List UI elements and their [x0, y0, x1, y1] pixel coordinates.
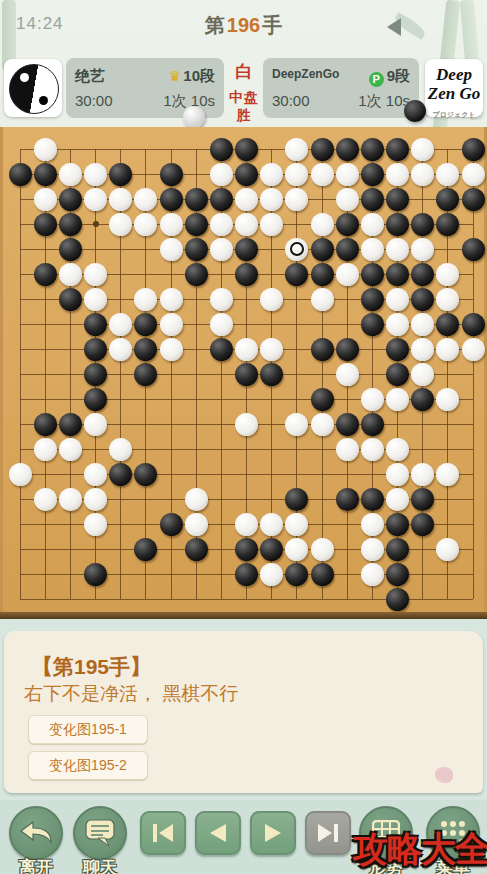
go-stone-black: [210, 188, 233, 211]
go-stone-white: [386, 288, 409, 311]
go-stone-black: [59, 413, 82, 436]
go-stone-black: [84, 363, 107, 386]
go-stone-white: [59, 438, 82, 461]
go-stone-black: [311, 563, 334, 586]
go-stone-black: [386, 563, 409, 586]
go-stone-black: [462, 138, 485, 161]
go-stone-black: [311, 338, 334, 361]
flower-decoration: [435, 767, 453, 783]
skip-start-icon: [151, 822, 175, 844]
go-stone-white: [436, 388, 459, 411]
go-stone-white: [386, 438, 409, 461]
go-stone-white: [9, 463, 32, 486]
go-stone-white: [311, 163, 334, 186]
go-stone-black: [84, 563, 107, 586]
go-stone-black: [285, 488, 308, 511]
go-stone-white: [235, 338, 258, 361]
go-stone-white: [411, 238, 434, 261]
go-stone-white: [361, 538, 384, 561]
go-stone-white: [260, 513, 283, 536]
white-stone-decoration: [183, 106, 205, 128]
go-stone-black: [361, 313, 384, 336]
go-stone-black: [260, 363, 283, 386]
go-stone-white: [210, 288, 233, 311]
go-stone-white: [134, 188, 157, 211]
go-stone-white: [84, 488, 107, 511]
go-stone-black: [411, 263, 434, 286]
skip-to-end-button[interactable]: [305, 811, 351, 855]
go-stone-white: [84, 463, 107, 486]
go-stone-black: [361, 413, 384, 436]
go-stone-black: [235, 538, 258, 561]
go-stone-black: [336, 138, 359, 161]
leave-button-label: 离开: [4, 856, 68, 874]
go-stone-black: [386, 263, 409, 286]
go-stone-white: [462, 163, 485, 186]
go-stone-white: [311, 288, 334, 311]
go-stone-black: [185, 238, 208, 261]
go-stone-white: [109, 188, 132, 211]
yinyang-icon: [9, 64, 59, 114]
go-stone-white: [109, 438, 132, 461]
go-stone-white: [361, 438, 384, 461]
go-stone-black: [185, 538, 208, 561]
go-stone-black: [34, 263, 57, 286]
chat-button[interactable]: [73, 806, 127, 860]
go-stone-white: [134, 213, 157, 236]
comment-paper-panel: 【第195手】 右下不是净活， 黑棋不行 变化图195-1 变化图195-2: [4, 631, 483, 793]
go-stone-black: [84, 313, 107, 336]
header: 14:24 第196手: [0, 0, 487, 52]
white-main-time: 30:00: [272, 92, 310, 111]
go-stone-black: [361, 163, 384, 186]
go-stone-black: [235, 563, 258, 586]
go-stone-white: [185, 513, 208, 536]
go-stone-black: [160, 163, 183, 186]
go-stone-black: [59, 188, 82, 211]
go-stone-black: [361, 488, 384, 511]
go-stone-white: [185, 488, 208, 511]
go-stone-black: [386, 588, 409, 611]
go-stone-white: [436, 288, 459, 311]
go-stone-black: [361, 138, 384, 161]
go-stone-black: [210, 138, 233, 161]
go-stone-white: [462, 338, 485, 361]
go-stone-black: [134, 363, 157, 386]
go-stone-white: [285, 238, 308, 261]
chat-button-label: 聊天: [68, 856, 132, 874]
go-stone-black: [134, 338, 157, 361]
move-counter: 第196手: [0, 12, 487, 39]
go-stone-black: [436, 313, 459, 336]
deepzengo-logo-subtext: プロジェクト: [425, 106, 483, 125]
go-stone-black: [386, 213, 409, 236]
skip-end-icon: [316, 822, 340, 844]
go-stone-black: [109, 463, 132, 486]
go-stone-black: [185, 188, 208, 211]
previous-icon: [208, 822, 228, 844]
go-stone-black: [386, 513, 409, 536]
go-stone-black: [462, 188, 485, 211]
go-stone-white: [285, 538, 308, 561]
go-stone-white: [336, 438, 359, 461]
go-stone-white: [34, 438, 57, 461]
go-stone-white: [210, 238, 233, 261]
go-stone-white: [285, 138, 308, 161]
go-stone-white: [260, 563, 283, 586]
go-stone-black: [160, 188, 183, 211]
go-stone-white: [361, 563, 384, 586]
go-stone-white: [59, 163, 82, 186]
go-stone-white: [160, 313, 183, 336]
go-stone-white: [84, 263, 107, 286]
go-stone-black: [336, 413, 359, 436]
go-stone-black: [336, 488, 359, 511]
go-stone-white: [336, 363, 359, 386]
game-result: 白 中盘胜: [224, 60, 264, 125]
go-stone-black: [411, 288, 434, 311]
go-stone-black: [386, 363, 409, 386]
go-stone-white: [210, 163, 233, 186]
go-stone-white: [411, 463, 434, 486]
go-stone-white: [134, 288, 157, 311]
go-stone-white: [59, 488, 82, 511]
go-stone-black: [411, 213, 434, 236]
result-text: 中盘胜: [224, 89, 264, 125]
go-stone-black: [411, 513, 434, 536]
variation-button-2[interactable]: 变化图195-2: [28, 751, 148, 780]
go-stone-white: [260, 338, 283, 361]
go-stone-white: [411, 163, 434, 186]
go-stone-black: [134, 463, 157, 486]
app-screen: 14:24 第196手 绝艺 ♛10段 30:00 1次 10s 白 中盘胜: [0, 0, 487, 874]
star-point: [93, 221, 99, 227]
go-stone-white: [260, 213, 283, 236]
go-stone-white: [235, 513, 258, 536]
go-stone-white: [436, 163, 459, 186]
go-stone-black: [361, 263, 384, 286]
go-stone-white: [336, 163, 359, 186]
go-stone-white: [84, 163, 107, 186]
player-strip: 绝艺 ♛10段 30:00 1次 10s 白 中盘胜 DeepZenGo P9段…: [0, 56, 487, 122]
go-stone-white: [361, 213, 384, 236]
go-stone-white: [361, 513, 384, 536]
go-stone-black: [436, 213, 459, 236]
go-stone-black: [311, 138, 334, 161]
grid-line-vertical: [473, 149, 474, 599]
go-stone-white: [285, 413, 308, 436]
go-stone-black: [235, 363, 258, 386]
go-stone-white: [109, 213, 132, 236]
go-stone-white: [311, 213, 334, 236]
go-stone-black: [210, 338, 233, 361]
go-stone-black: [411, 488, 434, 511]
yinyang-black-dot: [39, 96, 48, 105]
go-board[interactable]: [0, 127, 487, 612]
go-stone-black: [436, 188, 459, 211]
go-stone-white: [436, 463, 459, 486]
go-stone-white: [84, 513, 107, 536]
deepzengo-logo-text: Deep Zen Goプロジェクト: [425, 65, 483, 125]
go-stone-black: [336, 338, 359, 361]
go-stone-white: [210, 213, 233, 236]
comment-zone: 【第195手】 右下不是净活， 黑棋不行 变化图195-1 变化图195-2: [0, 619, 487, 800]
go-stone-black: [160, 513, 183, 536]
white-player-name: DeepZenGo: [272, 67, 339, 87]
black-stone-decoration: [404, 100, 426, 122]
go-stone-black: [109, 163, 132, 186]
go-stone-white: [361, 388, 384, 411]
go-stone-black: [235, 238, 258, 261]
skip-to-start-button[interactable]: [140, 811, 186, 855]
go-stone-black: [185, 263, 208, 286]
previous-move-button[interactable]: [195, 811, 241, 855]
comment-body: 右下不是净活， 黑棋不行: [24, 681, 238, 707]
go-stone-black: [336, 213, 359, 236]
go-stone-black: [235, 138, 258, 161]
back-arrow-icon: [19, 820, 53, 846]
board-front-edge: [0, 612, 487, 619]
go-stone-black: [9, 163, 32, 186]
go-stone-black: [235, 263, 258, 286]
go-stone-white: [59, 263, 82, 286]
chat-bubble-icon: [85, 819, 115, 847]
go-stone-white: [386, 388, 409, 411]
go-stone-black: [34, 213, 57, 236]
go-stone-black: [386, 188, 409, 211]
black-main-time: 30:00: [75, 92, 113, 111]
white-byoyomi: 1次 10s: [358, 92, 410, 111]
go-stone-white: [336, 263, 359, 286]
go-stone-black: [59, 213, 82, 236]
go-stone-black: [185, 213, 208, 236]
go-stone-white: [386, 313, 409, 336]
move-counter-prefix: 第: [205, 14, 225, 36]
go-stone-white: [84, 288, 107, 311]
go-stone-white: [34, 138, 57, 161]
go-stone-white: [436, 538, 459, 561]
go-stone-black: [235, 163, 258, 186]
black-player-rank: ♛10段: [169, 67, 215, 86]
go-stone-white: [109, 338, 132, 361]
go-stone-white: [411, 313, 434, 336]
go-stone-white: [84, 413, 107, 436]
go-stone-black: [84, 388, 107, 411]
go-stone-white: [260, 163, 283, 186]
go-stone-black: [336, 238, 359, 261]
go-stone-black: [386, 138, 409, 161]
go-stone-black: [311, 238, 334, 261]
go-stone-black: [361, 188, 384, 211]
go-stone-white: [386, 488, 409, 511]
go-stone-white: [311, 413, 334, 436]
white-player-rank: P9段: [369, 67, 410, 87]
go-stone-white: [411, 138, 434, 161]
go-stone-white: [386, 238, 409, 261]
go-stone-white: [34, 488, 57, 511]
go-stone-black: [311, 263, 334, 286]
go-stone-white: [84, 188, 107, 211]
go-stone-black: [285, 263, 308, 286]
go-stone-black: [462, 238, 485, 261]
go-stone-white: [210, 313, 233, 336]
go-stone-white: [160, 288, 183, 311]
go-stone-black: [34, 163, 57, 186]
p-badge-icon: P: [369, 72, 384, 87]
go-stone-white: [386, 163, 409, 186]
go-stone-white: [260, 288, 283, 311]
go-stone-black: [386, 538, 409, 561]
go-stone-white: [160, 213, 183, 236]
yinyang-white-dot: [20, 73, 29, 82]
move-counter-suffix: 手: [262, 14, 282, 36]
go-stone-white: [386, 463, 409, 486]
result-color: 白: [224, 60, 264, 83]
comment-title: 【第195手】: [32, 653, 151, 681]
black-player-logo: [4, 59, 62, 117]
go-stone-black: [59, 288, 82, 311]
move-counter-number: 196: [225, 14, 262, 36]
collapse-arrow-icon[interactable]: [387, 18, 401, 36]
go-stone-black: [462, 313, 485, 336]
go-stone-white: [160, 338, 183, 361]
variation-button-1[interactable]: 变化图195-1: [28, 715, 148, 744]
go-stone-white: [411, 338, 434, 361]
go-stone-white: [436, 338, 459, 361]
go-stone-white: [285, 163, 308, 186]
go-stone-white: [260, 188, 283, 211]
go-stone-black: [285, 563, 308, 586]
go-stone-black: [34, 413, 57, 436]
go-stone-white: [311, 538, 334, 561]
go-stone-white: [34, 188, 57, 211]
go-stone-white: [361, 238, 384, 261]
bottom-bar: 离开 聊天: [0, 800, 487, 874]
go-stone-black: [411, 388, 434, 411]
go-stone-black: [134, 313, 157, 336]
go-stone-white: [109, 313, 132, 336]
go-stone-white: [235, 413, 258, 436]
white-player-panel: DeepZenGo P9段 30:00 1次 10s: [263, 58, 419, 118]
go-stone-white: [411, 363, 434, 386]
go-stone-white: [285, 513, 308, 536]
go-stone-black: [311, 388, 334, 411]
go-stone-black: [361, 288, 384, 311]
go-stone-black: [84, 338, 107, 361]
go-stone-black: [260, 538, 283, 561]
go-stone-white: [160, 238, 183, 261]
go-stone-black: [134, 538, 157, 561]
watermark: 攻略大全: [353, 826, 487, 873]
white-player-logo: Deep Zen Goプロジェクト: [425, 59, 483, 117]
last-move-marker: [290, 242, 304, 256]
go-stone-black: [59, 238, 82, 261]
go-stone-white: [285, 188, 308, 211]
black-player-name: 绝艺: [75, 67, 105, 86]
leave-button[interactable]: [9, 806, 63, 860]
go-stone-white: [235, 213, 258, 236]
crown-icon: ♛: [169, 68, 182, 84]
go-stone-white: [235, 188, 258, 211]
go-stone-white: [336, 188, 359, 211]
next-icon: [263, 822, 283, 844]
go-stone-white: [436, 263, 459, 286]
next-move-button[interactable]: [250, 811, 296, 855]
go-stone-black: [386, 338, 409, 361]
